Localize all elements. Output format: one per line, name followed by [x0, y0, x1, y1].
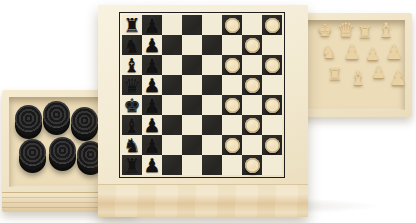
box-front-face — [98, 184, 308, 217]
square-g5 — [242, 75, 262, 95]
square-f1 — [222, 155, 242, 175]
square-h4 — [262, 95, 282, 115]
game-box: ♜♟♞♟♝♟♛♟♚♟♝♟♞♟♜♟ — [98, 5, 308, 217]
black-pawn-b1: ♟ — [143, 155, 160, 175]
square-g1 — [242, 155, 262, 175]
square-f8 — [222, 15, 242, 35]
square-e5 — [202, 75, 222, 95]
wood-checker-g7 — [245, 38, 260, 53]
square-g2 — [242, 135, 262, 155]
square-b4: ♟ — [142, 95, 162, 115]
square-g7 — [242, 35, 262, 55]
square-b7: ♟ — [142, 35, 162, 55]
square-h5 — [262, 75, 282, 95]
wood-checker-h8 — [265, 18, 280, 33]
square-e4 — [202, 95, 222, 115]
square-a6: ♝ — [122, 55, 142, 75]
wood-chess-piece-12: ♟ — [389, 68, 407, 88]
board-surface: ♜♟♞♟♝♟♛♟♚♟♝♟♞♟♜♟ — [98, 5, 308, 185]
square-a5: ♛ — [122, 75, 142, 95]
square-f3 — [222, 115, 242, 135]
wood-chess-piece-2: ♛ — [337, 20, 355, 40]
wood-chess-piece-6: ♟ — [343, 42, 361, 62]
square-a1: ♜ — [122, 155, 142, 175]
square-g3 — [242, 115, 262, 135]
product-photo-scene: ♚♛♜♝♞♟♟♟♜♝♟♟ ♜♟♞♟♝♟♛♟♚♟♝♟♞♟♜♟ — [0, 0, 416, 223]
square-a3: ♝ — [122, 115, 142, 135]
square-e1 — [202, 155, 222, 175]
square-h3 — [262, 115, 282, 135]
square-e2 — [202, 135, 222, 155]
square-a2: ♞ — [122, 135, 142, 155]
wood-chess-piece-9: ♜ — [327, 66, 342, 83]
square-d3 — [182, 115, 202, 135]
square-f6 — [222, 55, 242, 75]
square-c8 — [162, 15, 182, 35]
black-checker-stack-5 — [49, 137, 76, 164]
square-e6 — [202, 55, 222, 75]
black-rook-a1: ♜ — [123, 155, 140, 175]
black-pawn-b5: ♟ — [143, 75, 160, 95]
black-checker-stack-1 — [15, 105, 42, 132]
square-d1 — [182, 155, 202, 175]
black-queen-a5: ♛ — [123, 75, 140, 95]
wood-checker-g3 — [245, 118, 260, 133]
black-knight-a7: ♞ — [123, 35, 140, 55]
square-h7 — [262, 35, 282, 55]
black-pawn-b2: ♟ — [143, 135, 160, 155]
square-c4 — [162, 95, 182, 115]
square-f2 — [222, 135, 242, 155]
black-king-a4: ♚ — [123, 95, 140, 115]
square-b3: ♟ — [142, 115, 162, 135]
square-d7 — [182, 35, 202, 55]
square-g6 — [242, 55, 262, 75]
square-e7 — [202, 35, 222, 55]
square-b5: ♟ — [142, 75, 162, 95]
wood-chess-piece-1: ♚ — [317, 22, 332, 39]
wood-chess-piece-4: ♝ — [377, 20, 395, 40]
wood-grain — [98, 185, 308, 217]
wood-chess-piece-11: ♟ — [371, 64, 386, 81]
square-b8: ♟ — [142, 15, 162, 35]
square-e8 — [202, 15, 222, 35]
square-a4: ♚ — [122, 95, 142, 115]
wood-checker-f6 — [225, 58, 240, 73]
game-board: ♜♟♞♟♝♟♛♟♚♟♝♟♞♟♜♟ — [122, 15, 282, 175]
black-knight-a2: ♞ — [123, 135, 140, 155]
square-d4 — [182, 95, 202, 115]
wood-chess-piece-10: ♝ — [349, 68, 367, 88]
square-e3 — [202, 115, 222, 135]
black-pawn-b3: ♟ — [143, 115, 160, 135]
square-h1 — [262, 155, 282, 175]
square-c7 — [162, 35, 182, 55]
square-a7: ♞ — [122, 35, 142, 55]
wood-checker-h6 — [265, 58, 280, 73]
square-c6 — [162, 55, 182, 75]
square-b6: ♟ — [142, 55, 162, 75]
square-h2 — [262, 135, 282, 155]
black-pawn-b4: ♟ — [143, 95, 160, 115]
square-f5 — [222, 75, 242, 95]
black-checker-stack-4 — [19, 139, 46, 166]
black-pawn-b6: ♟ — [143, 55, 160, 75]
square-h6 — [262, 55, 282, 75]
square-c5 — [162, 75, 182, 95]
black-pawn-b7: ♟ — [143, 35, 160, 55]
square-f7 — [222, 35, 242, 55]
wood-chess-piece-7: ♟ — [365, 46, 380, 63]
wood-checker-f4 — [225, 98, 240, 113]
black-bishop-a6: ♝ — [123, 55, 140, 75]
right-drawer-tray: ♚♛♜♝♞♟♟♟♜♝♟♟ — [293, 20, 405, 110]
square-h8 — [262, 15, 282, 35]
board-border-line: ♜♟♞♟♝♟♛♟♚♟♝♟♞♟♜♟ — [119, 12, 285, 178]
wood-checker-g1 — [245, 158, 260, 173]
square-d5 — [182, 75, 202, 95]
square-c1 — [162, 155, 182, 175]
wood-chess-piece-5: ♞ — [321, 44, 336, 61]
square-c2 — [162, 135, 182, 155]
black-rook-a8: ♜ — [123, 15, 140, 35]
wood-checker-f8 — [225, 18, 240, 33]
black-pawn-b8: ♟ — [143, 15, 160, 35]
square-c3 — [162, 115, 182, 135]
wood-checker-f2 — [225, 138, 240, 153]
wood-checker-h2 — [265, 138, 280, 153]
square-g8 — [242, 15, 262, 35]
square-b1: ♟ — [142, 155, 162, 175]
black-checker-stack-3 — [71, 107, 98, 134]
wood-checker-h4 — [265, 98, 280, 113]
square-d6 — [182, 55, 202, 75]
black-checker-stack-2 — [43, 101, 70, 128]
square-b2: ♟ — [142, 135, 162, 155]
square-d2 — [182, 135, 202, 155]
square-g4 — [242, 95, 262, 115]
square-a8: ♜ — [122, 15, 142, 35]
wood-chess-piece-3: ♜ — [357, 24, 372, 41]
wood-chess-piece-8: ♟ — [385, 42, 403, 62]
black-bishop-a3: ♝ — [123, 115, 140, 135]
square-f4 — [222, 95, 242, 115]
square-d8 — [182, 15, 202, 35]
wood-checker-g5 — [245, 78, 260, 93]
